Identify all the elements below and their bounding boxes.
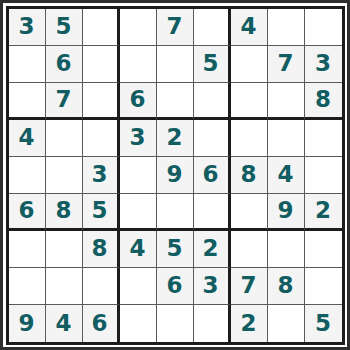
cell-r8c4[interactable] xyxy=(120,268,157,305)
sudoku-board: 3574657376843239684685928452637894625 xyxy=(6,6,345,345)
cell-r1c3[interactable] xyxy=(83,9,120,46)
cell-r9c4[interactable] xyxy=(120,305,157,342)
cell-r2c1[interactable] xyxy=(9,46,46,83)
cell-r9c5[interactable] xyxy=(157,305,194,342)
cell-r7c8[interactable] xyxy=(268,231,305,268)
cell-r7c5[interactable]: 5 xyxy=(157,231,194,268)
cell-r5c8[interactable]: 4 xyxy=(268,157,305,194)
cell-r2c3[interactable] xyxy=(83,46,120,83)
cell-r7c9[interactable] xyxy=(305,231,342,268)
cell-r6c4[interactable] xyxy=(120,194,157,231)
cell-r5c4[interactable] xyxy=(120,157,157,194)
cell-r4c4[interactable]: 3 xyxy=(120,120,157,157)
cell-r9c2[interactable]: 4 xyxy=(46,305,83,342)
cell-r9c9[interactable]: 5 xyxy=(305,305,342,342)
cell-r1c8[interactable] xyxy=(268,9,305,46)
cell-r2c8[interactable]: 7 xyxy=(268,46,305,83)
cell-r6c7[interactable] xyxy=(231,194,268,231)
cell-r7c2[interactable] xyxy=(46,231,83,268)
cell-r2c7[interactable] xyxy=(231,46,268,83)
cell-r6c2[interactable]: 8 xyxy=(46,194,83,231)
cell-r6c5[interactable] xyxy=(157,194,194,231)
cell-r8c9[interactable] xyxy=(305,268,342,305)
cell-r6c9[interactable]: 2 xyxy=(305,194,342,231)
cell-r1c1[interactable]: 3 xyxy=(9,9,46,46)
cell-r6c3[interactable]: 5 xyxy=(83,194,120,231)
cell-r3c3[interactable] xyxy=(83,83,120,120)
cell-r4c7[interactable] xyxy=(231,120,268,157)
cell-r6c1[interactable]: 6 xyxy=(9,194,46,231)
cell-r9c3[interactable]: 6 xyxy=(83,305,120,342)
cell-r1c9[interactable] xyxy=(305,9,342,46)
cell-r7c3[interactable]: 8 xyxy=(83,231,120,268)
cell-r3c7[interactable] xyxy=(231,83,268,120)
cell-r5c9[interactable] xyxy=(305,157,342,194)
cell-r5c5[interactable]: 9 xyxy=(157,157,194,194)
cell-r5c3[interactable]: 3 xyxy=(83,157,120,194)
cell-r7c4[interactable]: 4 xyxy=(120,231,157,268)
cell-r8c3[interactable] xyxy=(83,268,120,305)
cell-r5c6[interactable]: 6 xyxy=(194,157,231,194)
cell-r3c4[interactable]: 6 xyxy=(120,83,157,120)
cell-r4c9[interactable] xyxy=(305,120,342,157)
cell-r2c5[interactable] xyxy=(157,46,194,83)
cell-r9c8[interactable] xyxy=(268,305,305,342)
cell-r4c5[interactable]: 2 xyxy=(157,120,194,157)
cell-r4c6[interactable] xyxy=(194,120,231,157)
cell-r2c4[interactable] xyxy=(120,46,157,83)
cell-r1c6[interactable] xyxy=(194,9,231,46)
cell-r3c8[interactable] xyxy=(268,83,305,120)
cell-r4c1[interactable]: 4 xyxy=(9,120,46,157)
cell-r2c6[interactable]: 5 xyxy=(194,46,231,83)
cell-r9c7[interactable]: 2 xyxy=(231,305,268,342)
cell-r6c8[interactable]: 9 xyxy=(268,194,305,231)
cell-r1c4[interactable] xyxy=(120,9,157,46)
cell-r4c2[interactable] xyxy=(46,120,83,157)
cell-r6c6[interactable] xyxy=(194,194,231,231)
cell-r2c2[interactable]: 6 xyxy=(46,46,83,83)
board-frame: 3574657376843239684685928452637894625 xyxy=(0,0,350,350)
cell-r8c5[interactable]: 6 xyxy=(157,268,194,305)
cell-r1c5[interactable]: 7 xyxy=(157,9,194,46)
cell-r7c6[interactable]: 2 xyxy=(194,231,231,268)
cell-r3c5[interactable] xyxy=(157,83,194,120)
cell-r3c2[interactable]: 7 xyxy=(46,83,83,120)
cell-r5c7[interactable]: 8 xyxy=(231,157,268,194)
cell-r8c7[interactable]: 7 xyxy=(231,268,268,305)
cell-r3c6[interactable] xyxy=(194,83,231,120)
cell-r3c1[interactable] xyxy=(9,83,46,120)
cell-r1c7[interactable]: 4 xyxy=(231,9,268,46)
cell-r9c6[interactable] xyxy=(194,305,231,342)
cell-r3c9[interactable]: 8 xyxy=(305,83,342,120)
cell-r9c1[interactable]: 9 xyxy=(9,305,46,342)
cell-r8c1[interactable] xyxy=(9,268,46,305)
cell-r2c9[interactable]: 3 xyxy=(305,46,342,83)
cell-r5c2[interactable] xyxy=(46,157,83,194)
cell-r5c1[interactable] xyxy=(9,157,46,194)
cell-r7c1[interactable] xyxy=(9,231,46,268)
cell-r8c2[interactable] xyxy=(46,268,83,305)
cell-r4c3[interactable] xyxy=(83,120,120,157)
cell-r8c8[interactable]: 8 xyxy=(268,268,305,305)
cell-r7c7[interactable] xyxy=(231,231,268,268)
cell-r8c6[interactable]: 3 xyxy=(194,268,231,305)
cell-r1c2[interactable]: 5 xyxy=(46,9,83,46)
cell-r4c8[interactable] xyxy=(268,120,305,157)
